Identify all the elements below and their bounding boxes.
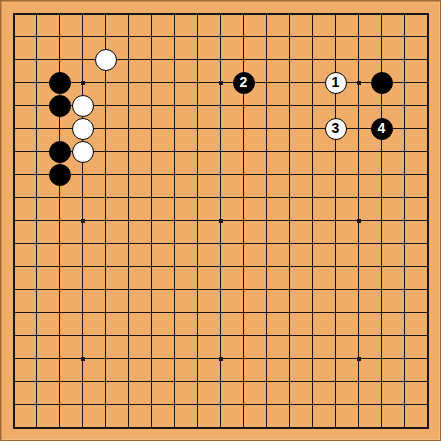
star-point	[357, 81, 361, 85]
stone-white-P16: 1	[325, 72, 347, 94]
grid-line-horizontal	[13, 427, 429, 429]
stone-black-R16	[371, 72, 393, 94]
stone-white-D14	[72, 118, 94, 140]
board-grid: 2134	[13, 13, 430, 430]
stone-move-number: 1	[332, 75, 340, 90]
grid-line-horizontal	[13, 59, 429, 60]
star-point	[357, 357, 361, 361]
stone-white-P14: 3	[325, 118, 347, 140]
stone-black-C12	[49, 164, 71, 186]
star-point	[357, 219, 361, 223]
star-point	[81, 357, 85, 361]
grid-line-vertical	[13, 13, 15, 429]
stone-black-C15	[49, 95, 71, 117]
grid-line-horizontal	[13, 404, 429, 405]
star-point	[81, 81, 85, 85]
grid-line-horizontal	[13, 312, 429, 313]
grid-line-vertical	[289, 13, 290, 429]
grid-line-vertical	[312, 13, 313, 429]
grid-line-vertical	[197, 13, 198, 429]
grid-line-horizontal	[13, 197, 429, 198]
star-point	[219, 357, 223, 361]
star-point	[219, 219, 223, 223]
grid-line-horizontal	[13, 174, 429, 175]
grid-line-horizontal	[13, 13, 429, 15]
grid-line-horizontal	[13, 36, 429, 37]
stone-white-D13	[72, 141, 94, 163]
grid-line-vertical	[128, 13, 129, 429]
grid-line-horizontal	[13, 381, 429, 382]
grid-line-vertical	[174, 13, 175, 429]
star-point	[219, 81, 223, 85]
grid-line-horizontal	[13, 289, 429, 290]
grid-line-vertical	[151, 13, 152, 429]
grid-line-horizontal	[13, 243, 429, 244]
grid-line-vertical	[36, 13, 37, 429]
grid-line-vertical	[404, 13, 405, 429]
grid-line-vertical	[266, 13, 267, 429]
stone-black-R14: 4	[371, 118, 393, 140]
grid-line-horizontal	[13, 335, 429, 336]
grid-line-horizontal	[13, 266, 429, 267]
star-point	[81, 219, 85, 223]
stone-black-L16: 2	[233, 72, 255, 94]
stone-white-D15	[72, 95, 94, 117]
go-board: 2134	[0, 0, 441, 441]
stone-move-number: 3	[332, 121, 340, 136]
grid-line-vertical	[105, 13, 106, 429]
stone-move-number: 4	[378, 121, 386, 136]
stone-move-number: 2	[240, 75, 248, 90]
stone-black-C16	[49, 72, 71, 94]
stone-black-C13	[49, 141, 71, 163]
grid-line-vertical	[427, 13, 429, 429]
stone-white-E17	[95, 49, 117, 71]
